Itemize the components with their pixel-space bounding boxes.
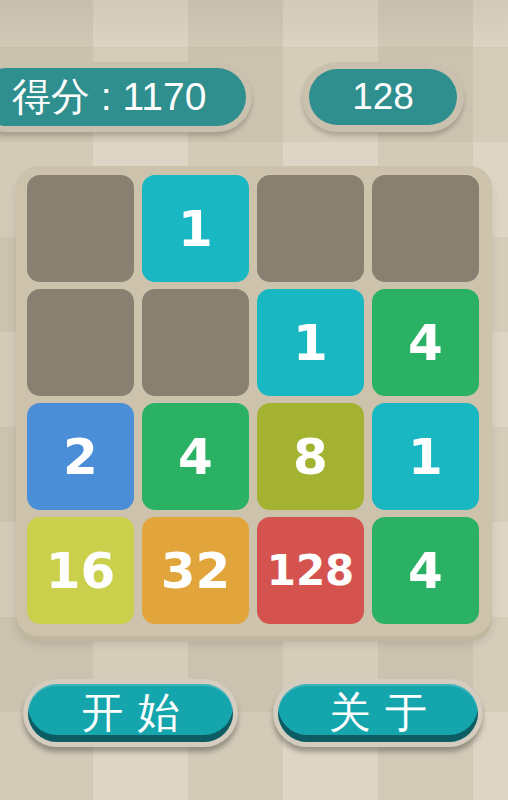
score-pill: 得分 : 1170	[0, 62, 252, 132]
tile-r4c1-16: 16	[27, 517, 134, 624]
about-button[interactable]: 关于	[273, 679, 483, 747]
about-button-face: 关于	[278, 684, 478, 742]
score-pill-face: 得分 : 1170	[0, 68, 246, 126]
empty-cell-r1c1	[27, 175, 134, 282]
tile-r3c2-4: 4	[142, 403, 249, 510]
tile-r3c3-8: 8	[257, 403, 364, 510]
score-text: 得分 : 1170	[12, 70, 206, 124]
tile-r4c4-4: 4	[372, 517, 479, 624]
empty-cell-r2c1	[27, 289, 134, 396]
empty-cell-r2c2	[142, 289, 249, 396]
empty-cell-r1c4	[372, 175, 479, 282]
empty-cell-r1c3	[257, 175, 364, 282]
tile-r2c4-4: 4	[372, 289, 479, 396]
tile-r3c1-2: 2	[27, 403, 134, 510]
best-tile-value: 128	[352, 76, 414, 118]
tile-r2c3-1: 1	[257, 289, 364, 396]
tile-r1c2-1: 1	[142, 175, 249, 282]
about-button-label: 关于	[329, 685, 441, 741]
game-board[interactable]: 114248116321284	[16, 166, 492, 636]
app-screen: 得分 : 1170 128 114248116321284 开始 关于	[0, 0, 508, 800]
start-button[interactable]: 开始	[23, 679, 238, 747]
best-tile-face: 128	[309, 69, 457, 125]
tile-r4c3-128: 128	[257, 517, 364, 624]
start-button-face: 开始	[28, 684, 233, 742]
tile-r4c2-32: 32	[142, 517, 249, 624]
best-tile-pill: 128	[302, 62, 464, 132]
start-button-label: 开始	[82, 685, 194, 741]
tile-r3c4-1: 1	[372, 403, 479, 510]
